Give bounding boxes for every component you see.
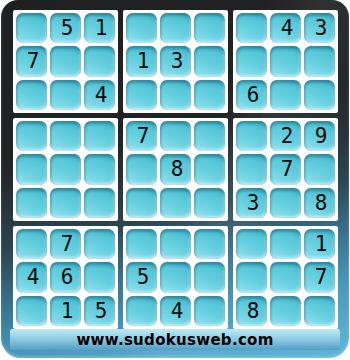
box-2-2: 78 <box>123 118 228 221</box>
cell-r6c9: 8 <box>304 188 335 218</box>
cell-r4c2[interactable] <box>50 121 81 151</box>
footer-band: www.sudokusweb.com <box>10 329 340 350</box>
cell-r4c1[interactable] <box>16 121 47 151</box>
cell-r1c2: 5 <box>50 13 81 43</box>
cell-r5c4[interactable] <box>126 154 157 184</box>
cell-r2c5: 3 <box>160 46 191 76</box>
cell-r3c9[interactable] <box>304 80 335 110</box>
cell-r1c3: 1 <box>84 13 115 43</box>
cell-r8c8[interactable] <box>270 262 301 292</box>
cell-r5c9[interactable] <box>304 154 335 184</box>
box-1-1: 5174 <box>13 10 118 113</box>
cell-r2c7[interactable] <box>236 46 267 76</box>
cell-r4c9: 9 <box>304 121 335 151</box>
cell-r8c4: 5 <box>126 262 157 292</box>
cell-r3c7: 6 <box>236 80 267 110</box>
cell-r9c2: 1 <box>50 296 81 326</box>
sudoku-page: 51741343678297387461554178 www.sudokuswe… <box>0 0 350 360</box>
cell-r9c1[interactable] <box>16 296 47 326</box>
cell-r1c4[interactable] <box>126 13 157 43</box>
cell-r1c5[interactable] <box>160 13 191 43</box>
cell-r4c5[interactable] <box>160 121 191 151</box>
cell-r2c9[interactable] <box>304 46 335 76</box>
cell-r5c5: 8 <box>160 154 191 184</box>
cell-r1c9: 3 <box>304 13 335 43</box>
sudoku-grid: 51741343678297387461554178 <box>13 10 338 329</box>
cell-r6c5[interactable] <box>160 188 191 218</box>
cell-r9c5: 4 <box>160 296 191 326</box>
cell-r1c1[interactable] <box>16 13 47 43</box>
cell-r2c8[interactable] <box>270 46 301 76</box>
cell-r3c2[interactable] <box>50 80 81 110</box>
box-1-2: 13 <box>123 10 228 113</box>
cell-r5c7[interactable] <box>236 154 267 184</box>
cell-r5c1[interactable] <box>16 154 47 184</box>
cell-r3c4[interactable] <box>126 80 157 110</box>
cell-r6c6[interactable] <box>194 188 225 218</box>
cell-r5c2[interactable] <box>50 154 81 184</box>
cell-r7c8[interactable] <box>270 229 301 259</box>
cell-r2c6[interactable] <box>194 46 225 76</box>
cell-r1c6[interactable] <box>194 13 225 43</box>
cell-r9c6[interactable] <box>194 296 225 326</box>
cell-r7c9: 1 <box>304 229 335 259</box>
cell-r7c7[interactable] <box>236 229 267 259</box>
cell-r8c6[interactable] <box>194 262 225 292</box>
cell-r2c1: 7 <box>16 46 47 76</box>
box-2-1 <box>13 118 118 221</box>
cell-r9c9[interactable] <box>304 296 335 326</box>
cell-r3c3: 4 <box>84 80 115 110</box>
cell-r5c3[interactable] <box>84 154 115 184</box>
cell-r5c6[interactable] <box>194 154 225 184</box>
cell-r2c2[interactable] <box>50 46 81 76</box>
cell-r8c1: 4 <box>16 262 47 292</box>
cell-r4c8: 2 <box>270 121 301 151</box>
cell-r1c8: 4 <box>270 13 301 43</box>
cell-r7c2: 7 <box>50 229 81 259</box>
box-3-2: 54 <box>123 226 228 329</box>
cell-r6c3[interactable] <box>84 188 115 218</box>
cell-r8c3[interactable] <box>84 262 115 292</box>
cell-r7c1[interactable] <box>16 229 47 259</box>
cell-r8c9: 7 <box>304 262 335 292</box>
box-2-3: 29738 <box>233 118 338 221</box>
box-3-3: 178 <box>233 226 338 329</box>
cell-r3c8[interactable] <box>270 80 301 110</box>
cell-r8c2: 6 <box>50 262 81 292</box>
cell-r7c6[interactable] <box>194 229 225 259</box>
cell-r6c7: 3 <box>236 188 267 218</box>
cell-r7c3[interactable] <box>84 229 115 259</box>
cell-r7c5[interactable] <box>160 229 191 259</box>
cell-r4c7[interactable] <box>236 121 267 151</box>
board-frame: 51741343678297387461554178 www.sudokuswe… <box>1 0 349 358</box>
cell-r6c2[interactable] <box>50 188 81 218</box>
cell-r6c4[interactable] <box>126 188 157 218</box>
cell-r5c8: 7 <box>270 154 301 184</box>
cell-r2c3[interactable] <box>84 46 115 76</box>
cell-r4c3[interactable] <box>84 121 115 151</box>
cell-r4c6[interactable] <box>194 121 225 151</box>
cell-r6c8[interactable] <box>270 188 301 218</box>
cell-r8c5[interactable] <box>160 262 191 292</box>
cell-r6c1[interactable] <box>16 188 47 218</box>
cell-r9c4[interactable] <box>126 296 157 326</box>
box-3-1: 74615 <box>13 226 118 329</box>
cell-r3c1[interactable] <box>16 80 47 110</box>
cell-r3c6[interactable] <box>194 80 225 110</box>
cell-r9c7: 8 <box>236 296 267 326</box>
cell-r9c8[interactable] <box>270 296 301 326</box>
box-1-3: 436 <box>233 10 338 113</box>
cell-r1c7[interactable] <box>236 13 267 43</box>
cell-r8c7[interactable] <box>236 262 267 292</box>
cell-r4c4: 7 <box>126 121 157 151</box>
footer-link[interactable]: www.sudokusweb.com <box>76 331 273 349</box>
cell-r9c3: 5 <box>84 296 115 326</box>
cell-r3c5[interactable] <box>160 80 191 110</box>
cell-r7c4[interactable] <box>126 229 157 259</box>
cell-r2c4: 1 <box>126 46 157 76</box>
